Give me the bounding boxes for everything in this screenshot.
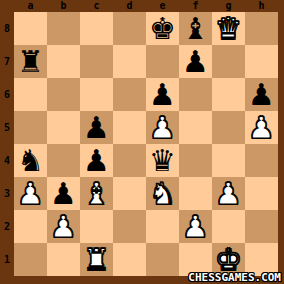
white-pawn-g3: ♟ xyxy=(215,177,242,210)
square-e6[interactable]: ♟ xyxy=(146,78,179,111)
black-bishop-f8: ♝ xyxy=(182,12,209,45)
square-e7[interactable] xyxy=(146,45,179,78)
chessgames-watermark: CHESSGAMES.COM xyxy=(188,272,281,284)
black-rook-a7: ♜ xyxy=(17,45,44,78)
rank-label-2: 2 xyxy=(0,210,14,243)
square-b6[interactable] xyxy=(47,78,80,111)
black-knight-a4: ♞ xyxy=(17,144,44,177)
square-d1[interactable] xyxy=(113,243,146,276)
square-g5[interactable] xyxy=(212,111,245,144)
file-label-c: c xyxy=(80,0,113,12)
square-d2[interactable] xyxy=(113,210,146,243)
black-pawn-b3: ♟ xyxy=(50,177,77,210)
black-pawn-c5: ♟ xyxy=(83,111,110,144)
square-a5[interactable] xyxy=(14,111,47,144)
square-f5[interactable] xyxy=(179,111,212,144)
square-e3[interactable]: ♞ xyxy=(146,177,179,210)
square-e8[interactable]: ♚ xyxy=(146,12,179,45)
chess-diagram: abcdefgh 87654321 ♚♝♛♜♟♟♟♟♟♟♞♟♛♟♟♝♞♟♟♟♜♚… xyxy=(0,0,284,284)
square-b7[interactable] xyxy=(47,45,80,78)
square-b2[interactable]: ♟ xyxy=(47,210,80,243)
white-pawn-a3: ♟ xyxy=(17,177,44,210)
white-pawn-e5: ♟ xyxy=(149,111,176,144)
square-b8[interactable] xyxy=(47,12,80,45)
square-c7[interactable] xyxy=(80,45,113,78)
white-rook-c1: ♜ xyxy=(83,243,110,276)
square-a6[interactable] xyxy=(14,78,47,111)
square-h6[interactable]: ♟ xyxy=(245,78,278,111)
square-g7[interactable] xyxy=(212,45,245,78)
square-e1[interactable] xyxy=(146,243,179,276)
square-d5[interactable] xyxy=(113,111,146,144)
square-a2[interactable] xyxy=(14,210,47,243)
square-f6[interactable] xyxy=(179,78,212,111)
rank-label-1: 1 xyxy=(0,243,14,276)
square-h3[interactable] xyxy=(245,177,278,210)
square-g8[interactable]: ♛ xyxy=(212,12,245,45)
white-bishop-c3: ♝ xyxy=(83,177,110,210)
square-a1[interactable] xyxy=(14,243,47,276)
square-c2[interactable] xyxy=(80,210,113,243)
square-d6[interactable] xyxy=(113,78,146,111)
file-label-h: h xyxy=(245,0,278,12)
rank-labels: 87654321 xyxy=(0,12,14,276)
square-c8[interactable] xyxy=(80,12,113,45)
square-b3[interactable]: ♟ xyxy=(47,177,80,210)
square-b1[interactable] xyxy=(47,243,80,276)
square-c4[interactable]: ♟ xyxy=(80,144,113,177)
rank-label-8: 8 xyxy=(0,12,14,45)
square-h7[interactable] xyxy=(245,45,278,78)
square-d3[interactable] xyxy=(113,177,146,210)
square-a4[interactable]: ♞ xyxy=(14,144,47,177)
rank-label-4: 4 xyxy=(0,144,14,177)
square-h2[interactable] xyxy=(245,210,278,243)
square-c3[interactable]: ♝ xyxy=(80,177,113,210)
square-f8[interactable]: ♝ xyxy=(179,12,212,45)
rank-label-6: 6 xyxy=(0,78,14,111)
square-g3[interactable]: ♟ xyxy=(212,177,245,210)
square-b4[interactable] xyxy=(47,144,80,177)
square-f3[interactable] xyxy=(179,177,212,210)
square-h4[interactable] xyxy=(245,144,278,177)
square-a3[interactable]: ♟ xyxy=(14,177,47,210)
square-h5[interactable]: ♟ xyxy=(245,111,278,144)
square-h8[interactable] xyxy=(245,12,278,45)
rank-label-3: 3 xyxy=(0,177,14,210)
black-pawn-e6: ♟ xyxy=(149,78,176,111)
file-label-b: b xyxy=(47,0,80,12)
file-label-d: d xyxy=(113,0,146,12)
square-e5[interactable]: ♟ xyxy=(146,111,179,144)
square-d7[interactable] xyxy=(113,45,146,78)
square-g4[interactable] xyxy=(212,144,245,177)
white-pawn-b2: ♟ xyxy=(50,210,77,243)
square-a7[interactable]: ♜ xyxy=(14,45,47,78)
square-d8[interactable] xyxy=(113,12,146,45)
square-c6[interactable] xyxy=(80,78,113,111)
rank-label-5: 5 xyxy=(0,111,14,144)
square-c1[interactable]: ♜ xyxy=(80,243,113,276)
square-g2[interactable] xyxy=(212,210,245,243)
square-f2[interactable]: ♟ xyxy=(179,210,212,243)
square-g6[interactable] xyxy=(212,78,245,111)
rank-label-7: 7 xyxy=(0,45,14,78)
square-f7[interactable]: ♟ xyxy=(179,45,212,78)
square-e2[interactable] xyxy=(146,210,179,243)
black-pawn-h6: ♟ xyxy=(248,78,275,111)
white-queen-g8: ♛ xyxy=(215,12,242,45)
black-pawn-c4: ♟ xyxy=(83,144,110,177)
square-d4[interactable] xyxy=(113,144,146,177)
white-pawn-f2: ♟ xyxy=(182,210,209,243)
square-f4[interactable] xyxy=(179,144,212,177)
square-c5[interactable]: ♟ xyxy=(80,111,113,144)
chess-board[interactable]: ♚♝♛♜♟♟♟♟♟♟♞♟♛♟♟♝♞♟♟♟♜♚ xyxy=(14,12,278,276)
white-knight-e3: ♞ xyxy=(149,177,176,210)
square-a8[interactable] xyxy=(14,12,47,45)
black-pawn-f7: ♟ xyxy=(182,45,209,78)
black-king-e8: ♚ xyxy=(149,12,176,45)
square-e4[interactable]: ♛ xyxy=(146,144,179,177)
file-label-a: a xyxy=(14,0,47,12)
square-b5[interactable] xyxy=(47,111,80,144)
black-queen-e4: ♛ xyxy=(149,144,176,177)
white-pawn-h5: ♟ xyxy=(248,111,275,144)
